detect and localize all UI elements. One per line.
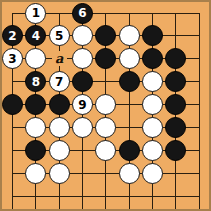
white-stone — [119, 25, 140, 46]
white-stone — [142, 163, 163, 184]
black-stone — [2, 94, 23, 115]
go-diagram: 162453879a — [0, 0, 211, 211]
black-stone-4: 4 — [25, 25, 46, 46]
black-stone — [165, 140, 186, 161]
black-stone — [72, 71, 93, 92]
go-board[interactable]: 162453879a — [2, 2, 209, 209]
white-stone — [72, 48, 93, 69]
white-stone — [72, 25, 93, 46]
black-stone-2: 2 — [2, 25, 23, 46]
white-stone — [142, 94, 163, 115]
white-stone — [142, 140, 163, 161]
white-stone — [142, 71, 163, 92]
black-stone — [165, 94, 186, 115]
white-stone — [95, 140, 116, 161]
black-stone — [165, 117, 186, 138]
black-stone — [49, 94, 70, 115]
black-stone-8: 8 — [25, 71, 46, 92]
black-stone — [25, 140, 46, 161]
white-stone — [25, 117, 46, 138]
black-stone — [25, 94, 46, 115]
white-stone — [95, 94, 116, 115]
black-stone — [119, 71, 140, 92]
white-stone — [49, 140, 70, 161]
white-stone — [25, 163, 46, 184]
white-stone-5: 5 — [49, 25, 70, 46]
grid-line-horizontal — [12, 196, 200, 197]
white-stone — [72, 117, 93, 138]
point-mark-a: a — [52, 51, 67, 66]
white-stone — [119, 48, 140, 69]
black-stone — [95, 25, 116, 46]
white-stone — [142, 117, 163, 138]
white-stone — [25, 48, 46, 69]
grid-line-vertical — [199, 13, 200, 210]
black-stone — [142, 25, 163, 46]
black-stone — [119, 140, 140, 161]
white-stone — [119, 163, 140, 184]
white-stone-1: 1 — [25, 3, 46, 24]
white-stone — [49, 163, 70, 184]
white-stone — [95, 117, 116, 138]
white-stone-7: 7 — [49, 71, 70, 92]
white-stone-3: 3 — [2, 48, 23, 69]
white-stone-9: 9 — [72, 94, 93, 115]
black-stone — [95, 48, 116, 69]
white-stone — [49, 117, 70, 138]
black-stone — [165, 48, 186, 69]
black-stone — [165, 71, 186, 92]
black-stone — [142, 48, 163, 69]
black-stone-6: 6 — [72, 3, 93, 24]
